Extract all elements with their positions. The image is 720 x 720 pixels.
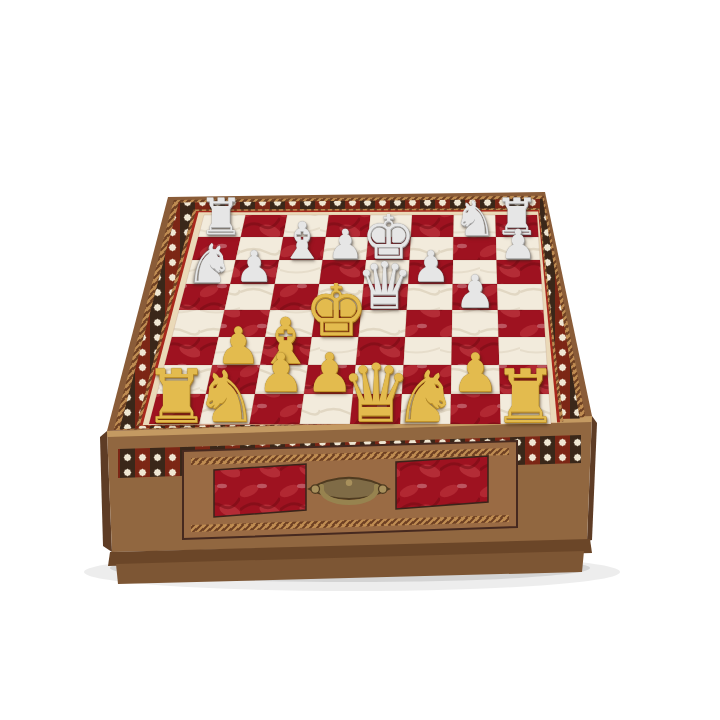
chess-piece-silver-pawn[interactable]: ♟ [412,246,450,288]
chess-piece-silver-knight[interactable]: ♞ [186,237,234,290]
product-photo: ♜♞♜♝♟♚♟♞♟♟♛♟♚♟♝♟♟♟♜♞♛♞♜ [0,0,720,720]
chess-piece-gold-pawn[interactable]: ♟ [257,347,305,400]
chess-piece-silver-knight[interactable]: ♞ [453,195,496,243]
drawer-red-panel [214,464,306,517]
chess-piece-gold-rook[interactable]: ♜ [492,360,558,434]
chess-piece-gold-knight[interactable]: ♞ [195,362,258,432]
board-square [411,215,454,237]
board-square [498,310,545,337]
chess-piece-silver-pawn[interactable]: ♟ [235,246,273,288]
chess-piece-silver-pawn[interactable]: ♟ [500,224,536,264]
chess-piece-silver-pawn[interactable]: ♟ [455,270,495,315]
board-square [497,284,543,310]
drawer-red-panel [396,456,488,509]
chess-piece-silver-bishop[interactable]: ♝ [279,216,324,266]
chess-piece-gold-knight[interactable]: ♞ [394,362,457,432]
